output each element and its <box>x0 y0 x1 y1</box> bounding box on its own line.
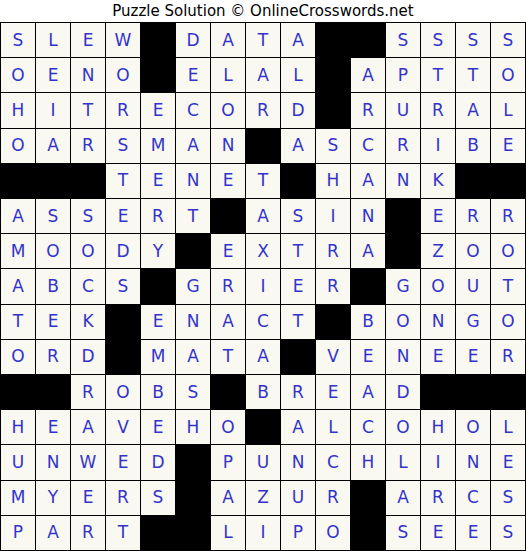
letter-cell: T <box>281 305 315 339</box>
letter-cell: S <box>106 269 140 303</box>
letter-cell: T <box>281 234 315 268</box>
letter-cell: S <box>141 481 175 515</box>
letter-cell: R <box>281 375 315 409</box>
letter-cell: O <box>491 234 525 268</box>
letter-cell: E <box>316 375 350 409</box>
block-cell <box>351 481 385 515</box>
letter-cell: O <box>456 410 490 444</box>
letter-cell: R <box>141 199 175 233</box>
letter-cell: A <box>281 129 315 163</box>
letter-cell: O <box>1 129 35 163</box>
letter-cell: E <box>71 481 105 515</box>
letter-cell: H <box>176 410 210 444</box>
letter-cell: N <box>211 129 245 163</box>
letter-cell: A <box>351 164 385 198</box>
letter-cell: D <box>386 375 420 409</box>
letter-cell: U <box>281 481 315 515</box>
letter-cell: C <box>176 93 210 127</box>
letter-cell: A <box>1 269 35 303</box>
letter-cell: R <box>351 93 385 127</box>
letter-cell: E <box>456 516 490 550</box>
letter-cell: W <box>71 445 105 479</box>
block-cell <box>36 164 70 198</box>
block-cell <box>456 375 490 409</box>
letter-cell: E <box>176 58 210 92</box>
letter-cell: N <box>176 305 210 339</box>
letter-cell: L <box>316 410 350 444</box>
letter-cell: R <box>456 199 490 233</box>
letter-cell: E <box>141 305 175 339</box>
block-cell <box>141 516 175 550</box>
letter-cell: N <box>456 445 490 479</box>
letter-cell: S <box>316 129 350 163</box>
letter-cell: S <box>176 375 210 409</box>
block-cell <box>106 305 140 339</box>
letter-cell: A <box>211 305 245 339</box>
letter-cell: A <box>351 234 385 268</box>
block-cell <box>141 23 175 57</box>
letter-cell: R <box>71 129 105 163</box>
letter-cell: O <box>1 340 35 374</box>
letter-cell: A <box>246 58 280 92</box>
letter-cell: A <box>351 58 385 92</box>
block-cell <box>316 58 350 92</box>
letter-cell: O <box>106 58 140 92</box>
letter-cell: A <box>281 23 315 57</box>
letter-cell: C <box>71 269 105 303</box>
letter-cell: L <box>491 93 525 127</box>
block-cell <box>36 375 70 409</box>
letter-cell: I <box>421 445 455 479</box>
letter-cell: G <box>456 305 490 339</box>
letter-cell: N <box>386 164 420 198</box>
block-cell <box>246 410 280 444</box>
block-cell <box>491 375 525 409</box>
letter-cell: P <box>281 516 315 550</box>
letter-cell: R <box>421 93 455 127</box>
letter-cell: O <box>316 516 350 550</box>
letter-cell: O <box>386 305 420 339</box>
letter-cell: S <box>281 199 315 233</box>
letter-cell: A <box>211 23 245 57</box>
letter-cell: C <box>351 410 385 444</box>
letter-cell: E <box>281 269 315 303</box>
letter-cell: R <box>106 481 140 515</box>
letter-cell: S <box>421 23 455 57</box>
letter-cell: V <box>316 340 350 374</box>
letter-cell: X <box>246 234 280 268</box>
letter-cell: C <box>246 305 280 339</box>
letter-cell: Y <box>36 481 70 515</box>
block-cell <box>491 164 525 198</box>
letter-cell: I <box>316 199 350 233</box>
letter-cell: A <box>351 375 385 409</box>
letter-cell: A <box>211 481 245 515</box>
letter-cell: R <box>316 481 350 515</box>
letter-cell: A <box>1 199 35 233</box>
letter-cell: D <box>71 340 105 374</box>
letter-cell: E <box>106 445 140 479</box>
letter-cell: E <box>351 340 385 374</box>
letter-cell: O <box>456 234 490 268</box>
letter-cell: E <box>36 58 70 92</box>
letter-cell: S <box>386 23 420 57</box>
letter-cell: T <box>211 340 245 374</box>
letter-cell: T <box>491 269 525 303</box>
letter-cell: A <box>246 199 280 233</box>
letter-cell: S <box>71 199 105 233</box>
letter-cell: R <box>316 269 350 303</box>
letter-cell: K <box>421 164 455 198</box>
letter-cell: O <box>36 234 70 268</box>
letter-cell: A <box>71 410 105 444</box>
letter-cell: O <box>491 305 525 339</box>
block-cell <box>176 516 210 550</box>
letter-cell: T <box>106 516 140 550</box>
letter-cell: M <box>1 234 35 268</box>
letter-cell: H <box>421 410 455 444</box>
letter-cell: A <box>281 410 315 444</box>
letter-cell: B <box>141 375 175 409</box>
letter-cell: R <box>106 93 140 127</box>
letter-cell: D <box>106 234 140 268</box>
letter-cell: L <box>211 516 245 550</box>
letter-cell: B <box>351 305 385 339</box>
letter-cell: S <box>1 23 35 57</box>
letter-cell: E <box>491 129 525 163</box>
letter-cell: N <box>386 340 420 374</box>
letter-cell: E <box>491 445 525 479</box>
letter-cell: O <box>71 234 105 268</box>
letter-cell: H <box>1 93 35 127</box>
letter-cell: L <box>211 58 245 92</box>
letter-cell: R <box>491 340 525 374</box>
letter-cell: Z <box>246 481 280 515</box>
letter-cell: R <box>246 93 280 127</box>
letter-cell: T <box>176 199 210 233</box>
letter-cell: Y <box>141 234 175 268</box>
letter-cell: H <box>316 164 350 198</box>
letter-cell: I <box>36 93 70 127</box>
letter-cell: U <box>456 269 490 303</box>
letter-cell: A <box>176 340 210 374</box>
letter-cell: R <box>316 234 350 268</box>
block-cell <box>141 269 175 303</box>
letter-cell: I <box>421 129 455 163</box>
block-cell <box>386 199 420 233</box>
letter-cell: E <box>421 516 455 550</box>
block-cell <box>281 340 315 374</box>
letter-cell: S <box>491 481 525 515</box>
letter-cell: T <box>71 93 105 127</box>
letter-cell: N <box>281 445 315 479</box>
letter-cell: U <box>246 445 280 479</box>
block-cell <box>316 305 350 339</box>
letter-cell: S <box>491 516 525 550</box>
block-cell <box>211 375 245 409</box>
block-cell <box>386 234 420 268</box>
letter-cell: C <box>351 129 385 163</box>
letter-cell: T <box>246 164 280 198</box>
block-cell <box>1 375 35 409</box>
letter-cell: E <box>211 164 245 198</box>
letter-cell: O <box>211 93 245 127</box>
block-cell <box>176 234 210 268</box>
block-cell <box>141 58 175 92</box>
letter-cell: T <box>1 305 35 339</box>
letter-cell: H <box>351 445 385 479</box>
letter-cell: N <box>36 445 70 479</box>
letter-cell: L <box>281 58 315 92</box>
letter-cell: V <box>106 410 140 444</box>
letter-cell: O <box>421 269 455 303</box>
letter-cell: P <box>211 445 245 479</box>
letter-cell: D <box>176 23 210 57</box>
block-cell <box>351 23 385 57</box>
block-cell <box>281 164 315 198</box>
block-cell <box>246 129 280 163</box>
letter-cell: O <box>386 410 420 444</box>
letter-cell: M <box>1 481 35 515</box>
letter-cell: S <box>386 516 420 550</box>
block-cell <box>316 23 350 57</box>
block-cell <box>456 164 490 198</box>
letter-cell: O <box>106 375 140 409</box>
letter-cell: E <box>36 305 70 339</box>
letter-cell: E <box>421 340 455 374</box>
letter-cell: O <box>1 58 35 92</box>
letter-cell: G <box>386 269 420 303</box>
letter-cell: E <box>141 93 175 127</box>
letter-cell: E <box>71 23 105 57</box>
letter-cell: Z <box>421 234 455 268</box>
letter-cell: E <box>36 410 70 444</box>
letter-cell: L <box>491 410 525 444</box>
letter-cell: R <box>36 340 70 374</box>
letter-cell: R <box>71 516 105 550</box>
letter-cell: I <box>246 516 280 550</box>
letter-cell: E <box>141 410 175 444</box>
letter-cell: N <box>421 305 455 339</box>
block-cell <box>1 164 35 198</box>
block-cell <box>106 340 140 374</box>
letter-cell: M <box>141 129 175 163</box>
page-title: Puzzle Solution © OnlineCrosswords.net <box>0 0 526 22</box>
letter-cell: R <box>491 199 525 233</box>
letter-cell: L <box>36 23 70 57</box>
letter-cell: T <box>106 164 140 198</box>
block-cell <box>176 445 210 479</box>
letter-cell: B <box>456 129 490 163</box>
block-cell <box>211 199 245 233</box>
letter-cell: E <box>421 199 455 233</box>
block-cell <box>351 516 385 550</box>
crossword-solution-page: Puzzle Solution © OnlineCrosswords.net S… <box>0 0 526 551</box>
letter-cell: R <box>71 375 105 409</box>
letter-cell: W <box>106 23 140 57</box>
block-cell <box>351 269 385 303</box>
letter-cell: R <box>211 269 245 303</box>
letter-cell: D <box>281 93 315 127</box>
letter-cell: U <box>386 93 420 127</box>
letter-cell: S <box>491 23 525 57</box>
letter-cell: N <box>71 58 105 92</box>
block-cell <box>71 164 105 198</box>
letter-cell: P <box>1 516 35 550</box>
letter-cell: E <box>141 164 175 198</box>
letter-cell: I <box>246 269 280 303</box>
letter-cell: A <box>386 481 420 515</box>
letter-cell: U <box>1 445 35 479</box>
letter-cell: T <box>421 58 455 92</box>
crossword-grid: SLEWDATASSSSOENOELALAPTTOHITRECORDRURALO… <box>0 22 526 551</box>
block-cell <box>316 93 350 127</box>
letter-cell: S <box>456 23 490 57</box>
letter-cell: S <box>36 199 70 233</box>
letter-cell: C <box>456 481 490 515</box>
letter-cell: A <box>176 129 210 163</box>
letter-cell: L <box>386 445 420 479</box>
letter-cell: N <box>176 164 210 198</box>
block-cell <box>176 481 210 515</box>
letter-cell: C <box>316 445 350 479</box>
letter-cell: O <box>491 58 525 92</box>
letter-cell: R <box>421 481 455 515</box>
letter-cell: M <box>141 340 175 374</box>
letter-cell: K <box>71 305 105 339</box>
letter-cell: A <box>36 516 70 550</box>
letter-cell: P <box>386 58 420 92</box>
letter-cell: O <box>211 410 245 444</box>
letter-cell: E <box>456 340 490 374</box>
letter-cell: B <box>36 269 70 303</box>
letter-cell: S <box>106 129 140 163</box>
letter-cell: T <box>456 58 490 92</box>
letter-cell: A <box>456 93 490 127</box>
letter-cell: B <box>246 375 280 409</box>
letter-cell: A <box>36 129 70 163</box>
letter-cell: A <box>246 340 280 374</box>
letter-cell: H <box>1 410 35 444</box>
block-cell <box>421 375 455 409</box>
letter-cell: G <box>176 269 210 303</box>
letter-cell: N <box>351 199 385 233</box>
letter-cell: E <box>211 234 245 268</box>
letter-cell: T <box>246 23 280 57</box>
letter-cell: D <box>141 445 175 479</box>
letter-cell: R <box>386 129 420 163</box>
letter-cell: E <box>106 199 140 233</box>
